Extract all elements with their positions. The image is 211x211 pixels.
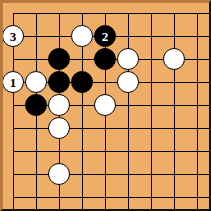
board-intersection xyxy=(2,140,25,163)
board-intersection xyxy=(163,2,186,25)
board-intersection xyxy=(48,71,71,94)
board-intersection xyxy=(2,117,25,140)
board-intersection xyxy=(48,48,71,71)
board-intersection xyxy=(186,186,209,209)
move-number-label: 2 xyxy=(102,30,109,43)
board-intersection xyxy=(25,94,48,117)
board-intersection xyxy=(163,71,186,94)
board-intersection xyxy=(2,48,25,71)
board-intersection xyxy=(163,186,186,209)
board-intersection xyxy=(71,140,94,163)
black-stone xyxy=(71,71,93,93)
board-intersection xyxy=(186,140,209,163)
board-intersection xyxy=(71,71,94,94)
board-intersection xyxy=(71,94,94,117)
white-stone: 3 xyxy=(2,25,24,47)
board-intersection xyxy=(140,2,163,25)
white-stone xyxy=(71,25,93,47)
board-intersection xyxy=(94,163,117,186)
board-intersection xyxy=(94,140,117,163)
black-stone xyxy=(94,48,116,70)
board-intersection xyxy=(2,2,25,25)
white-stone xyxy=(117,48,139,70)
black-stone xyxy=(25,94,47,116)
board-intersection xyxy=(25,25,48,48)
board-intersection xyxy=(140,94,163,117)
move-number-label: 3 xyxy=(10,30,17,43)
board-intersection xyxy=(94,2,117,25)
board-intersection xyxy=(48,186,71,209)
board-intersection xyxy=(140,25,163,48)
move-number-label: 1 xyxy=(10,76,17,89)
board-intersection xyxy=(163,94,186,117)
board-intersection xyxy=(71,117,94,140)
go-board-diagram: 321 xyxy=(0,0,211,211)
board-intersection xyxy=(48,25,71,48)
board-intersection xyxy=(186,71,209,94)
board-intersection xyxy=(117,117,140,140)
board-intersection xyxy=(140,186,163,209)
white-stone xyxy=(163,48,185,70)
board-intersection xyxy=(186,2,209,25)
board-intersection xyxy=(186,48,209,71)
board-intersection xyxy=(140,71,163,94)
white-stone xyxy=(48,117,70,139)
board-intersection xyxy=(117,94,140,117)
board-intersection xyxy=(163,163,186,186)
black-stone: 2 xyxy=(94,25,116,47)
board-intersection xyxy=(25,140,48,163)
board-intersection: 3 xyxy=(2,25,25,48)
board-intersection xyxy=(163,48,186,71)
board-intersection xyxy=(71,163,94,186)
board-intersection xyxy=(186,117,209,140)
board-intersection xyxy=(140,48,163,71)
board-intersection xyxy=(117,163,140,186)
board-intersection xyxy=(48,94,71,117)
board-intersection xyxy=(25,163,48,186)
board-intersection xyxy=(140,140,163,163)
board-intersection xyxy=(140,163,163,186)
board-intersection xyxy=(25,48,48,71)
board-intersection xyxy=(117,186,140,209)
board-intersection: 1 xyxy=(2,71,25,94)
board-intersection xyxy=(48,163,71,186)
board-intersection xyxy=(94,94,117,117)
board-intersection xyxy=(71,2,94,25)
board-intersection xyxy=(2,94,25,117)
board-intersection xyxy=(25,2,48,25)
board-intersection xyxy=(25,186,48,209)
black-stone xyxy=(48,48,70,70)
board-intersection xyxy=(163,117,186,140)
board-intersection xyxy=(186,163,209,186)
white-stone xyxy=(117,71,139,93)
board-intersection xyxy=(94,117,117,140)
board-intersection xyxy=(71,48,94,71)
board-intersection xyxy=(94,186,117,209)
board-intersection xyxy=(117,48,140,71)
white-stone xyxy=(94,94,116,116)
board-intersection xyxy=(48,117,71,140)
board-intersection xyxy=(71,186,94,209)
board-intersection xyxy=(2,163,25,186)
board-intersection xyxy=(186,94,209,117)
white-stone xyxy=(48,94,70,116)
board-intersection xyxy=(163,140,186,163)
go-board: 321 xyxy=(2,2,209,209)
board-intersection xyxy=(94,48,117,71)
white-stone xyxy=(25,71,47,93)
board-intersection xyxy=(48,140,71,163)
black-stone xyxy=(48,71,70,93)
board-intersection: 2 xyxy=(94,25,117,48)
board-intersection xyxy=(163,25,186,48)
board-intersection xyxy=(117,71,140,94)
board-intersection xyxy=(117,140,140,163)
board-intersection xyxy=(140,117,163,140)
board-intersection xyxy=(25,71,48,94)
board-intersection xyxy=(48,2,71,25)
board-intersection xyxy=(71,25,94,48)
board-intersection xyxy=(186,25,209,48)
board-intersection xyxy=(25,117,48,140)
white-stone: 1 xyxy=(2,71,24,93)
board-intersection xyxy=(2,186,25,209)
white-stone xyxy=(48,163,70,185)
board-intersection xyxy=(94,71,117,94)
board-intersection xyxy=(117,2,140,25)
board-intersection xyxy=(117,25,140,48)
